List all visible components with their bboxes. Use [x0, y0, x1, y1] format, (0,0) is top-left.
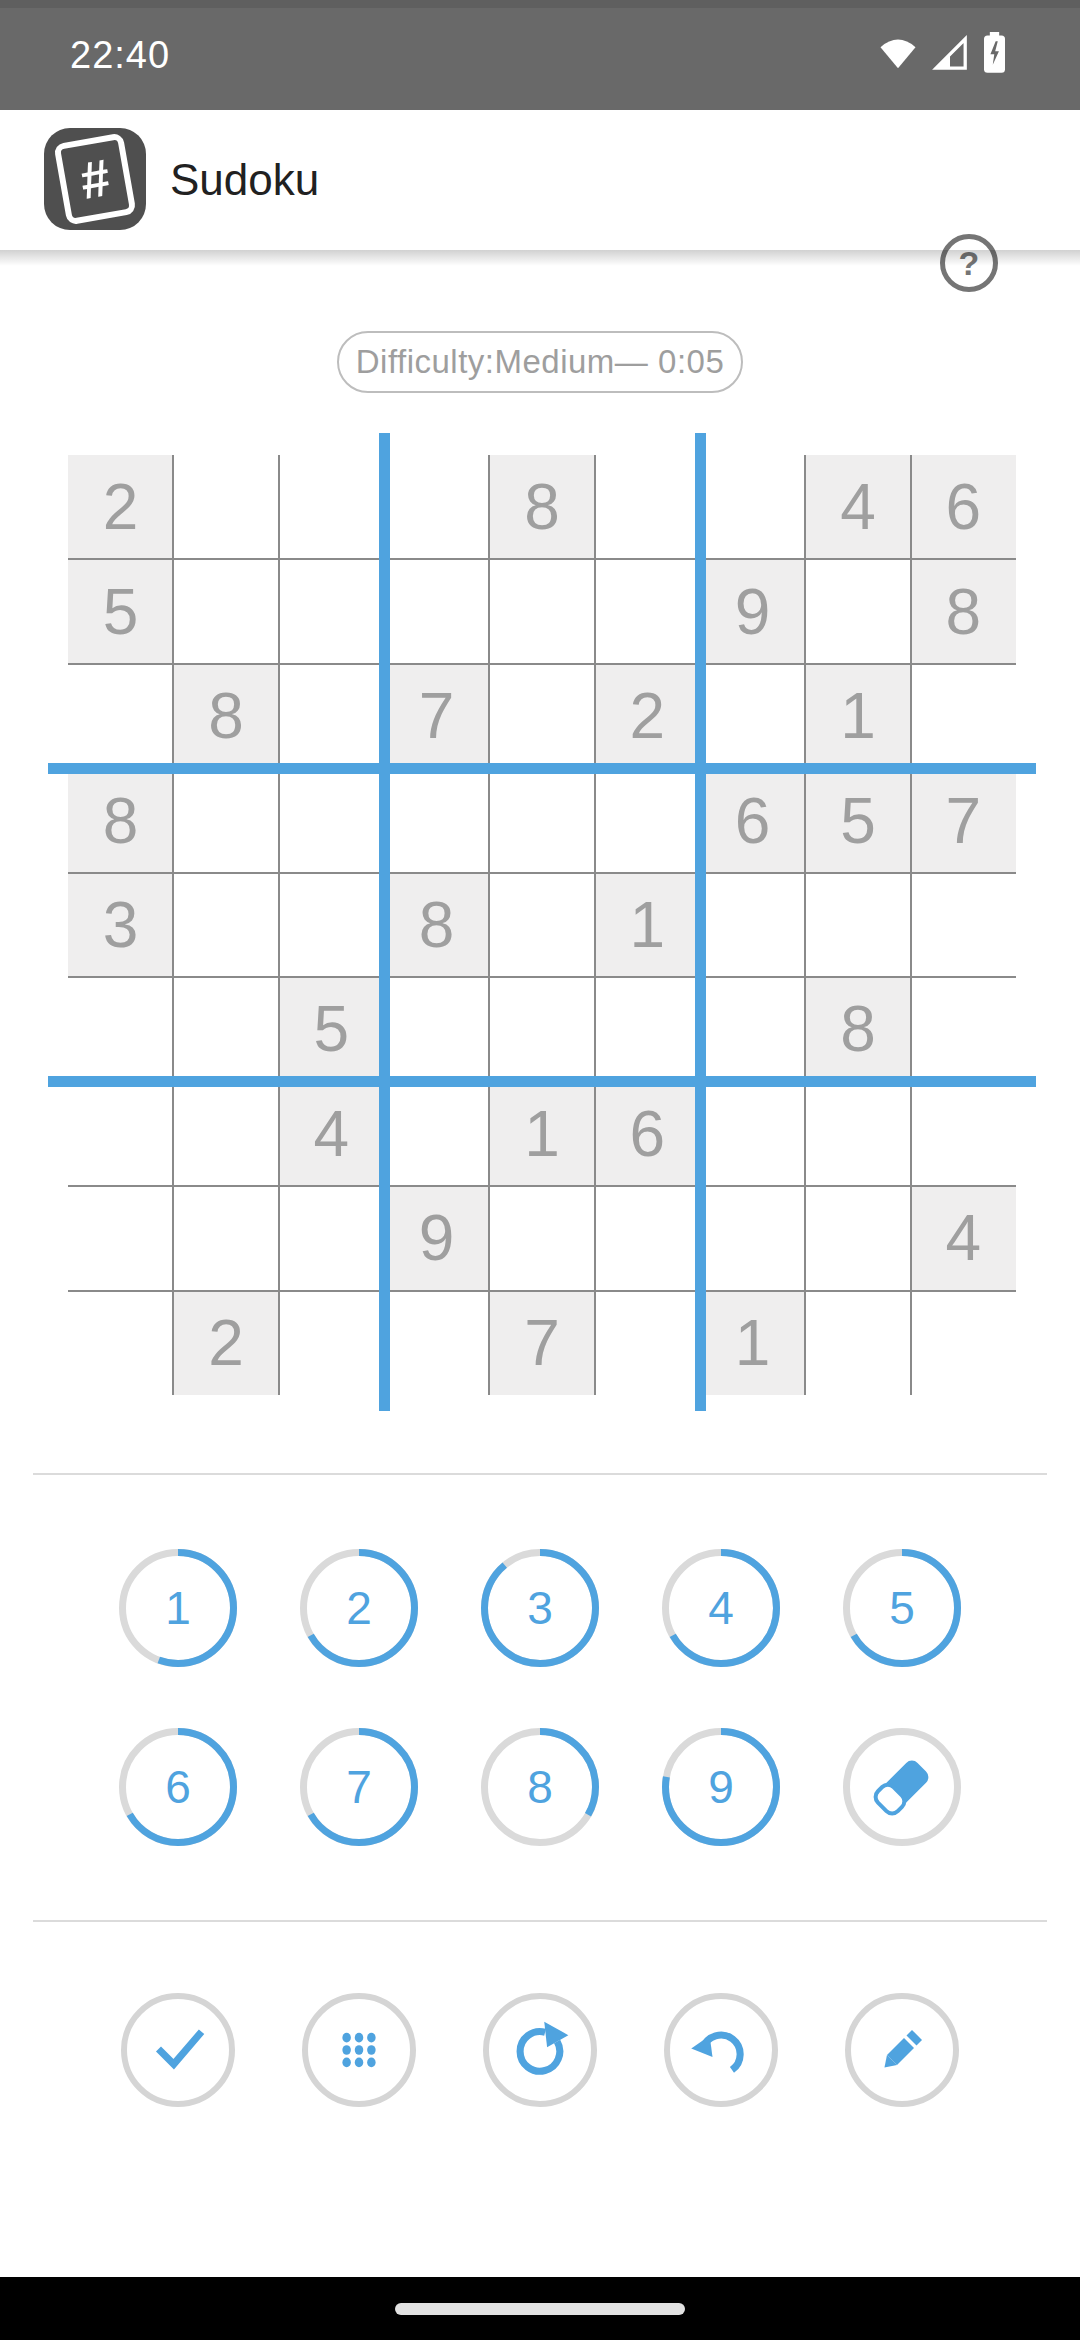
cell-r3c7[interactable] — [700, 664, 805, 768]
cell-r5c5[interactable] — [489, 873, 594, 977]
cell-r7c3[interactable]: 4 — [279, 1082, 384, 1186]
cell-r9c3[interactable] — [279, 1291, 384, 1395]
difficulty-timer-pill: Difficulty:Medium— 0:05 — [337, 331, 743, 393]
numpad-button-4[interactable]: 4 — [661, 1548, 781, 1668]
cell-r9c7[interactable]: 1 — [700, 1291, 805, 1395]
cell-r2c9[interactable]: 8 — [911, 559, 1016, 663]
undo-button[interactable] — [664, 1993, 778, 2107]
cell-r6c9[interactable] — [911, 977, 1016, 1081]
divider-bottom — [33, 1920, 1047, 1922]
numpad-digit: 2 — [299, 1548, 419, 1668]
cell-r4c6[interactable] — [595, 768, 700, 872]
cell-r1c1[interactable]: 2 — [68, 455, 173, 559]
pencil-icon — [868, 2016, 936, 2084]
grid-line-v5 — [594, 455, 596, 1395]
cell-r7c8[interactable] — [805, 1082, 910, 1186]
cell-r8c7[interactable] — [700, 1186, 805, 1290]
cell-r2c8[interactable] — [805, 559, 910, 663]
cell-r8c4[interactable]: 9 — [384, 1186, 489, 1290]
pencil-button[interactable] — [845, 1993, 959, 2107]
grid-line-v7 — [804, 455, 806, 1395]
cell-r5c8[interactable] — [805, 873, 910, 977]
cell-r8c8[interactable] — [805, 1186, 910, 1290]
cell-r6c8[interactable]: 8 — [805, 977, 910, 1081]
cell-r2c2[interactable] — [173, 559, 278, 663]
restart-icon — [506, 2016, 574, 2084]
numpad-button-9[interactable]: 9 — [661, 1727, 781, 1847]
cell-r7c2[interactable] — [173, 1082, 278, 1186]
cell-r6c1[interactable] — [68, 977, 173, 1081]
cell-r3c8[interactable]: 1 — [805, 664, 910, 768]
app-bar: # Sudoku ? — [0, 110, 1080, 250]
cell-r1c5[interactable]: 8 — [489, 455, 594, 559]
eraser-button[interactable] — [842, 1727, 962, 1847]
cell-r7c5[interactable]: 1 — [489, 1082, 594, 1186]
numpad-digit: 3 — [480, 1548, 600, 1668]
cell-r5c9[interactable] — [911, 873, 1016, 977]
box-line-v3 — [379, 433, 390, 1411]
hash-glyph: # — [76, 151, 114, 207]
grid-line-v1 — [172, 455, 174, 1395]
cell-r4c7[interactable]: 6 — [700, 768, 805, 872]
cell-r5c1[interactable]: 3 — [68, 873, 173, 977]
cell-r8c5[interactable] — [489, 1186, 594, 1290]
cell-r4c9[interactable]: 7 — [911, 768, 1016, 872]
cell-r1c9[interactable]: 6 — [911, 455, 1016, 559]
cell-r7c7[interactable] — [700, 1082, 805, 1186]
grid-line-v8 — [910, 455, 912, 1395]
check-icon — [144, 2016, 212, 2084]
cell-r3c6[interactable]: 2 — [595, 664, 700, 768]
grid-line-h1 — [68, 558, 1016, 560]
box-line-h3 — [48, 763, 1036, 774]
board-cells: 2846598872186573815841694271 — [68, 455, 1016, 1395]
grid-line-h2 — [68, 663, 1016, 665]
page-title: Sudoku — [170, 110, 319, 250]
numpad-digit: 5 — [842, 1548, 962, 1668]
difficulty-timer-text: Difficulty:Medium— 0:05 — [356, 343, 725, 381]
box-line-h6 — [48, 1076, 1036, 1087]
cell-r5c4[interactable]: 8 — [384, 873, 489, 977]
cell-r2c1[interactable]: 5 — [68, 559, 173, 663]
restart-button[interactable] — [483, 1993, 597, 2107]
cell-r9c8[interactable] — [805, 1291, 910, 1395]
grid-line-v2 — [278, 455, 280, 1395]
cell-r3c5[interactable] — [489, 664, 594, 768]
numpad-button-3[interactable]: 3 — [480, 1548, 600, 1668]
grid-line-h7 — [68, 1185, 1016, 1187]
cell-r3c3[interactable] — [279, 664, 384, 768]
sudoku-board: 2846598872186573815841694271 — [68, 455, 1016, 1395]
cell-r3c2[interactable]: 8 — [173, 664, 278, 768]
cell-r1c7[interactable] — [700, 455, 805, 559]
box-line-v6 — [695, 433, 706, 1411]
cell-r1c4[interactable] — [384, 455, 489, 559]
cell-r1c8[interactable]: 4 — [805, 455, 910, 559]
status-icons — [877, 0, 1008, 110]
app-bar-shadow — [0, 250, 1080, 266]
cell-signal-icon — [931, 34, 969, 76]
cell-r9c4[interactable] — [384, 1291, 489, 1395]
numpad-digit: 9 — [661, 1727, 781, 1847]
cell-r7c6[interactable]: 6 — [595, 1082, 700, 1186]
cell-r2c5[interactable] — [489, 559, 594, 663]
cell-r2c6[interactable] — [595, 559, 700, 663]
cell-r2c3[interactable] — [279, 559, 384, 663]
grid-line-h4 — [68, 872, 1016, 874]
sudoku-app-icon: # — [44, 128, 146, 230]
cell-r3c4[interactable]: 7 — [384, 664, 489, 768]
cell-r1c6[interactable] — [595, 455, 700, 559]
cell-r2c7[interactable]: 9 — [700, 559, 805, 663]
numpad-button-5[interactable]: 5 — [842, 1548, 962, 1668]
cell-r6c6[interactable] — [595, 977, 700, 1081]
cell-r9c5[interactable]: 7 — [489, 1291, 594, 1395]
cell-r6c2[interactable] — [173, 977, 278, 1081]
clock: 22:40 — [70, 34, 170, 77]
cell-r4c2[interactable] — [173, 768, 278, 872]
cell-r6c3[interactable]: 5 — [279, 977, 384, 1081]
status-bar: 22:40 — [0, 0, 1080, 110]
cell-r6c5[interactable] — [489, 977, 594, 1081]
notes-grid-button[interactable] — [302, 1993, 416, 2107]
numpad-button-1[interactable]: 1 — [118, 1548, 238, 1668]
cell-r3c9[interactable] — [911, 664, 1016, 768]
numpad-digit: 7 — [299, 1727, 419, 1847]
numpad-button-6[interactable]: 6 — [118, 1727, 238, 1847]
cell-r9c9[interactable] — [911, 1291, 1016, 1395]
cell-r4c5[interactable] — [489, 768, 594, 872]
numpad-button-8[interactable]: 8 — [480, 1727, 600, 1847]
cell-r5c3[interactable] — [279, 873, 384, 977]
cell-r1c2[interactable] — [173, 455, 278, 559]
numpad-digit: 8 — [480, 1727, 600, 1847]
cell-r4c8[interactable]: 5 — [805, 768, 910, 872]
cell-r5c2[interactable] — [173, 873, 278, 977]
cell-r8c1[interactable] — [68, 1186, 173, 1290]
numpad-digit: 6 — [118, 1727, 238, 1847]
cell-r9c2[interactable]: 2 — [173, 1291, 278, 1395]
cell-r5c7[interactable] — [700, 873, 805, 977]
cell-r8c6[interactable] — [595, 1186, 700, 1290]
undo-icon — [687, 2016, 755, 2084]
cell-r7c1[interactable] — [68, 1082, 173, 1186]
cell-r9c6[interactable] — [595, 1291, 700, 1395]
cell-r7c9[interactable] — [911, 1082, 1016, 1186]
app-icon-card: # — [53, 133, 136, 226]
cell-r7c4[interactable] — [384, 1082, 489, 1186]
cell-r1c3[interactable] — [279, 455, 384, 559]
cell-r4c4[interactable] — [384, 768, 489, 872]
numpad-button-7[interactable]: 7 — [299, 1727, 419, 1847]
cell-r3c1[interactable] — [68, 664, 173, 768]
navigation-bar — [0, 2277, 1080, 2340]
divider-top — [33, 1473, 1047, 1475]
cell-r8c3[interactable] — [279, 1186, 384, 1290]
sudoku-app-screen: 22:40 — [0, 0, 1080, 2340]
grid-line-h8 — [68, 1290, 1016, 1292]
cell-r9c1[interactable] — [68, 1291, 173, 1395]
numpad-digit: 1 — [118, 1548, 238, 1668]
grid-line-h5 — [68, 976, 1016, 978]
cell-r8c9[interactable]: 4 — [911, 1186, 1016, 1290]
cell-r6c7[interactable] — [700, 977, 805, 1081]
grid-line-v4 — [488, 455, 490, 1395]
cell-r4c3[interactable] — [279, 768, 384, 872]
home-indicator[interactable] — [395, 2303, 685, 2315]
cell-r4c1[interactable]: 8 — [68, 768, 173, 872]
cell-r8c2[interactable] — [173, 1186, 278, 1290]
cell-r5c6[interactable]: 1 — [595, 873, 700, 977]
cell-r2c4[interactable] — [384, 559, 489, 663]
battery-charging-icon — [981, 32, 1008, 78]
wifi-icon — [877, 35, 919, 75]
cell-r6c4[interactable] — [384, 977, 489, 1081]
numpad-button-2[interactable]: 2 — [299, 1548, 419, 1668]
check-button[interactable] — [121, 1993, 235, 2107]
notes-grid-icon — [326, 2017, 392, 2083]
numpad-digit: 4 — [661, 1548, 781, 1668]
